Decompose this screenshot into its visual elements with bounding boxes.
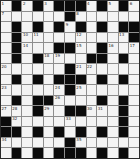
white-cell-r4c6[interactable] [54,33,64,43]
white-cell-r5c9[interactable] [87,43,97,53]
white-cell-r7c3[interactable] [22,64,32,74]
clue-number-22: 22 [87,64,92,69]
black-cell-r3c2 [12,22,22,32]
white-cell-r14c6[interactable] [54,138,64,148]
white-cell-r11c5[interactable]: 29 [44,106,54,116]
black-cell-r13c8 [76,127,86,137]
clue-number-1: 1 [2,1,5,6]
white-cell-r4c3[interactable]: 10 [22,33,32,43]
white-cell-r4c8[interactable]: 12 [76,33,86,43]
white-cell-r9c11[interactable] [108,85,118,95]
black-cell-r8c2 [12,75,22,85]
white-cell-r9c5[interactable] [44,85,54,95]
white-cell-r1c13[interactable]: 6 [129,1,139,11]
black-cell-r3c13 [129,22,139,32]
clue-number-26: 26 [55,95,60,100]
white-cell-r12c6[interactable] [54,117,64,127]
white-cell-r11c11[interactable] [108,106,118,116]
clue-number-28: 28 [12,106,17,111]
white-cell-r11c2[interactable]: 28 [12,106,22,116]
white-cell-r10c6[interactable]: 26 [54,96,64,106]
clue-number-20: 20 [2,64,7,69]
white-cell-r10c11[interactable] [108,96,118,106]
white-cell-r3c9[interactable] [87,22,97,32]
clue-number-12: 12 [76,32,81,37]
white-cell-r9c12[interactable] [119,85,129,95]
white-cell-r13c9[interactable] [87,127,97,137]
black-cell-r11c7 [65,106,75,116]
white-cell-r12c2[interactable]: 32 [12,117,22,127]
white-cell-r15c13[interactable] [129,148,139,158]
white-cell-r2c5[interactable] [44,12,54,22]
white-cell-r4c11[interactable] [108,33,118,43]
white-cell-r1c1[interactable]: 1 [1,1,11,11]
black-cell-r5c6 [54,43,64,53]
clue-number-25: 25 [76,85,81,90]
black-cell-r15c4 [33,148,43,158]
white-cell-r11c3[interactable] [22,106,32,116]
white-cell-r3c7[interactable]: 9 [65,22,75,32]
white-cell-r4c7[interactable] [65,33,75,43]
white-cell-r4c5[interactable] [44,33,54,43]
white-cell-r12c3[interactable] [22,117,32,127]
white-cell-r2c4[interactable] [33,12,43,22]
black-cell-r10c12 [119,96,129,106]
white-cell-r8c13[interactable] [129,75,139,85]
white-cell-r15c5[interactable] [44,148,54,158]
black-cell-r13c4 [33,127,43,137]
white-cell-r6c13[interactable] [129,54,139,64]
black-cell-r4c13 [129,33,139,43]
white-cell-r15c1[interactable] [1,148,11,158]
white-cell-r9c13[interactable] [129,85,139,95]
clue-number-21: 21 [76,64,81,69]
white-cell-r8c1[interactable] [1,75,11,85]
clue-number-5: 5 [108,1,111,6]
white-cell-r5c5[interactable] [44,43,54,53]
white-cell-r4c10[interactable] [97,33,107,43]
black-cell-r13c6 [54,127,64,137]
clue-number-2: 2 [23,1,26,6]
black-cell-r10c4 [33,96,43,106]
black-cell-r5c10 [97,43,107,53]
black-cell-r15c2 [12,148,22,158]
white-cell-r7c8[interactable]: 21 [76,64,86,74]
white-cell-r5c13[interactable]: 17 [129,43,139,53]
black-cell-r1c8 [76,1,86,11]
white-cell-r1c11[interactable]: 5 [108,1,118,11]
white-cell-r9c9[interactable] [87,85,97,95]
white-cell-r14c2[interactable] [12,138,22,148]
white-cell-r6c8[interactable] [76,54,86,64]
clue-number-15: 15 [76,43,81,48]
white-cell-r9c4[interactable] [33,85,43,95]
clue-number-16: 16 [108,43,113,48]
white-cell-r7c2[interactable] [12,64,22,74]
white-cell-r12c5[interactable] [44,117,54,127]
black-cell-r13c10 [97,127,107,137]
white-cell-r14c5[interactable] [44,138,54,148]
white-cell-r2c10[interactable] [97,12,107,22]
black-cell-r15c6 [54,148,64,158]
white-cell-r13c7[interactable] [65,127,75,137]
white-cell-r10c3[interactable] [22,96,32,106]
white-cell-r12c4[interactable] [33,117,43,127]
white-cell-r4c9[interactable] [87,33,97,43]
black-cell-r8c12 [119,75,129,85]
clue-number-14: 14 [23,43,28,48]
black-cell-r8c4 [33,75,43,85]
black-cell-r7c7 [65,64,75,74]
white-cell-r15c9[interactable] [87,148,97,158]
white-cell-r6c7[interactable] [65,54,75,64]
white-cell-r10c8[interactable] [76,96,86,106]
clue-number-32: 32 [12,116,17,121]
clue-number-27: 27 [2,106,7,111]
white-cell-r2c9[interactable] [87,12,97,22]
white-cell-r13c5[interactable] [44,127,54,137]
white-cell-r14c12[interactable] [119,138,129,148]
white-cell-r2c2[interactable] [12,12,22,22]
white-cell-r9c8[interactable]: 25 [76,85,86,95]
white-cell-r13c11[interactable] [108,127,118,137]
white-cell-r8c3[interactable] [22,75,32,85]
white-cell-r7c10[interactable] [97,64,107,74]
white-cell-r12c13[interactable] [129,117,139,127]
white-cell-r7c13[interactable] [129,64,139,74]
black-cell-r10c10 [97,96,107,106]
white-cell-r6c1[interactable] [1,54,11,64]
white-cell-r5c4[interactable] [33,43,43,53]
black-cell-r3c10 [97,22,107,32]
white-cell-r2c11[interactable] [108,12,118,22]
white-cell-r3c3[interactable] [22,22,32,32]
clue-number-18: 18 [44,53,49,58]
white-cell-r10c1[interactable] [1,96,11,106]
black-cell-r8c10 [97,75,107,85]
black-cell-r9c7 [65,85,75,95]
white-cell-r8c11[interactable] [108,75,118,85]
white-cell-r14c9[interactable] [87,138,97,148]
white-cell-r8c9[interactable] [87,75,97,85]
white-cell-r6c5[interactable]: 18 [44,54,54,64]
black-cell-r1c10 [97,1,107,11]
clue-number-19: 19 [55,53,60,58]
clue-number-7: 7 [2,11,5,16]
white-cell-r12c10[interactable] [97,117,107,127]
white-cell-r14c10[interactable] [97,138,107,148]
black-cell-r1c7 [65,1,75,11]
black-cell-r15c10 [97,148,107,158]
black-cell-r8c8 [76,75,86,85]
white-cell-r7c9[interactable]: 22 [87,64,97,74]
black-cell-r3c6 [54,22,64,32]
white-cell-r1c9[interactable]: 4 [87,1,97,11]
clue-number-29: 29 [44,106,49,111]
clue-number-6: 6 [130,1,133,6]
white-cell-r12c8[interactable] [76,117,86,127]
black-cell-r3c4 [33,22,43,32]
white-cell-r5c3[interactable]: 14 [22,43,32,53]
white-cell-r3c1[interactable] [1,22,11,32]
white-cell-r12c11[interactable] [108,117,118,127]
white-cell-r14c13[interactable] [129,138,139,148]
black-cell-r3c12 [119,22,129,32]
white-cell-r5c12[interactable] [119,43,129,53]
white-cell-r7c6[interactable] [54,64,64,74]
black-cell-r8c7 [65,75,75,85]
black-cell-r1c4 [33,1,43,11]
white-cell-r7c5[interactable] [44,64,54,74]
clue-number-9: 9 [66,22,69,27]
black-cell-r13c12 [119,127,129,137]
black-cell-r6c12 [119,54,129,64]
black-cell-r13c2 [12,127,22,137]
white-cell-r9c2[interactable] [12,85,22,95]
clue-number-31: 31 [98,106,103,111]
white-cell-r13c13[interactable] [129,127,139,137]
white-cell-r11c13[interactable] [129,106,139,116]
clue-number-11: 11 [34,32,39,37]
clue-number-33: 33 [66,116,71,121]
white-cell-r2c13[interactable] [129,12,139,22]
white-cell-r7c12[interactable] [119,64,129,74]
white-cell-r6c3[interactable] [22,54,32,64]
white-cell-r12c7[interactable]: 33 [65,117,75,127]
white-cell-r9c1[interactable]: 23 [1,85,11,95]
white-cell-r7c4[interactable] [33,64,43,74]
white-cell-r11c9[interactable]: 30 [87,106,97,116]
white-cell-r6c6[interactable]: 19 [54,54,64,64]
white-cell-r6c11[interactable] [108,54,118,64]
black-cell-r10c5 [44,96,54,106]
white-cell-r11c10[interactable]: 31 [97,106,107,116]
black-cell-r13c1 [1,127,11,137]
black-cell-r4c2 [12,33,22,43]
white-cell-r3c5[interactable] [44,22,54,32]
clue-number-10: 10 [23,32,28,37]
black-cell-r11c12 [119,106,129,116]
white-cell-r9c10[interactable] [97,85,107,95]
clue-number-23: 23 [2,85,7,90]
black-cell-r1c6 [54,1,64,11]
white-cell-r14c8[interactable]: 35 [76,138,86,148]
white-cell-r11c1[interactable]: 27 [1,106,11,116]
white-cell-r10c13[interactable] [129,96,139,106]
black-cell-r5c2 [12,43,22,53]
white-cell-r3c11[interactable] [108,22,118,32]
white-cell-r12c9[interactable] [87,117,97,127]
clue-number-34: 34 [2,137,7,142]
white-cell-r15c11[interactable] [108,148,118,158]
white-cell-r10c7[interactable] [65,96,75,106]
white-cell-r2c6[interactable] [54,12,64,22]
clue-number-24: 24 [55,85,60,90]
white-cell-r2c8[interactable]: 8 [76,12,86,22]
clue-number-13: 13 [119,32,124,37]
black-cell-r11c8 [76,106,86,116]
clue-number-8: 8 [76,11,79,16]
white-cell-r9c6[interactable]: 24 [54,85,64,95]
white-cell-r7c11[interactable] [108,64,118,74]
clue-number-35: 35 [76,137,81,142]
clue-number-30: 30 [87,106,92,111]
white-cell-r14c11[interactable] [108,138,118,148]
white-cell-r5c8[interactable]: 15 [76,43,86,53]
white-cell-r5c1[interactable] [1,43,11,53]
white-cell-r11c6[interactable] [54,106,64,116]
white-cell-r1c3[interactable]: 2 [22,1,32,11]
white-cell-r4c4[interactable]: 11 [33,33,43,43]
white-cell-r8c5[interactable] [44,75,54,85]
black-cell-r2c7 [65,12,75,22]
white-cell-r4c1[interactable] [1,33,11,43]
black-cell-r10c2 [12,96,22,106]
clue-number-3: 3 [44,1,47,6]
white-cell-r1c5[interactable]: 3 [44,1,54,11]
white-cell-r2c12[interactable] [119,12,129,22]
white-cell-r15c3[interactable] [22,148,32,158]
black-cell-r15c12 [119,148,129,158]
black-cell-r6c2 [12,54,22,64]
black-cell-r1c12 [119,1,129,11]
black-cell-r5c7 [65,43,75,53]
white-cell-r5c11[interactable]: 16 [108,43,118,53]
black-cell-r6c9 [87,54,97,64]
clue-number-17: 17 [130,43,135,48]
black-cell-r6c4 [33,54,43,64]
clue-number-4: 4 [87,1,90,6]
white-cell-r14c4[interactable] [33,138,43,148]
black-cell-r3c8 [76,22,86,32]
black-cell-r12c1 [1,117,11,127]
black-cell-r11c4 [33,106,43,116]
black-cell-r15c8 [76,148,86,158]
crossword-grid: 1234567891011121314151617181920212223242… [0,0,140,159]
white-cell-r14c1[interactable]: 34 [1,138,11,148]
black-cell-r1c2 [12,1,22,11]
white-cell-r2c1[interactable]: 7 [1,12,11,22]
black-cell-r14c7 [65,138,75,148]
white-cell-r2c3[interactable] [22,12,32,22]
white-cell-r10c9[interactable] [87,96,97,106]
white-cell-r13c3[interactable] [22,127,32,137]
white-cell-r4c12[interactable]: 13 [119,33,129,43]
black-cell-r12c12 [119,117,129,127]
black-cell-r15c7 [65,148,75,158]
white-cell-r7c1[interactable]: 20 [1,64,11,74]
black-cell-r8c6 [54,75,64,85]
white-cell-r9c3[interactable] [22,85,32,95]
white-cell-r14c3[interactable] [22,138,32,148]
black-cell-r6c10 [97,54,107,64]
